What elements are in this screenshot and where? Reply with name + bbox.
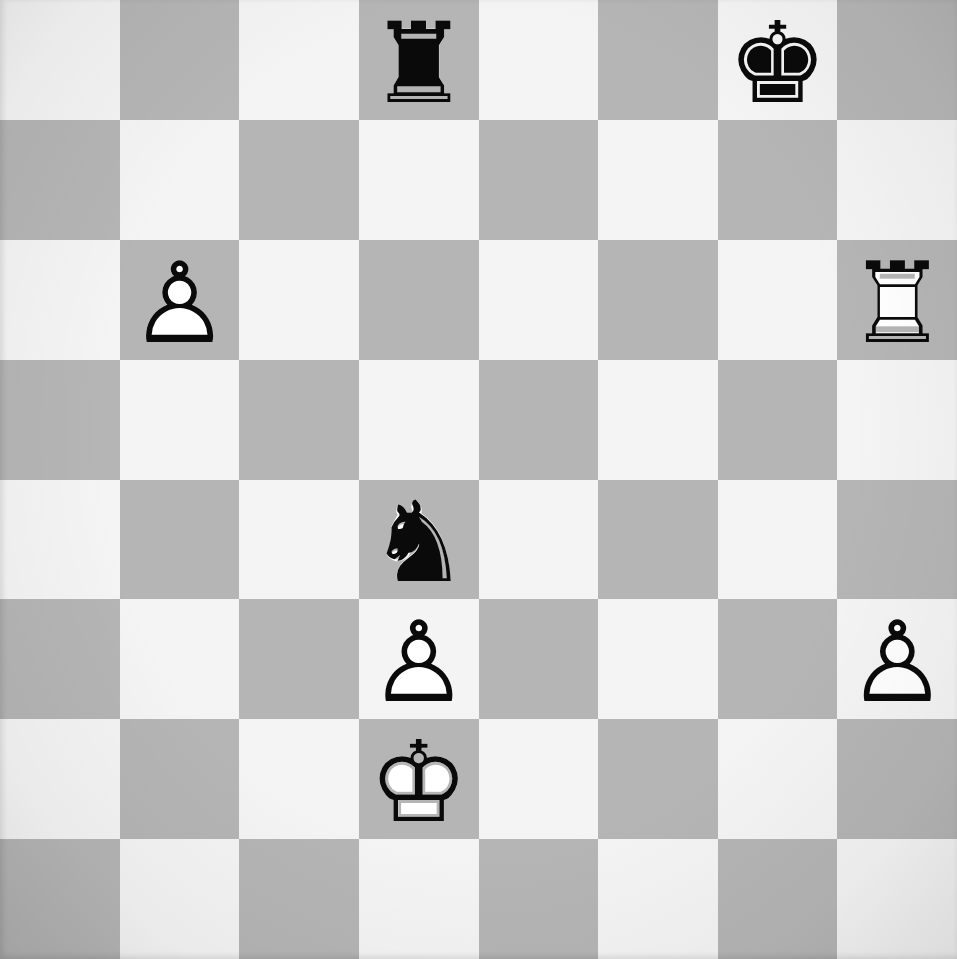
square-a1[interactable] — [0, 839, 120, 959]
piece-white-pawn-b6[interactable]: ♟♙ — [120, 240, 240, 360]
square-d5[interactable] — [359, 360, 479, 480]
square-d8[interactable]: ♖♜ — [359, 0, 479, 120]
square-f1[interactable] — [598, 839, 718, 959]
square-a4[interactable] — [0, 480, 120, 600]
square-d3[interactable]: ♟♙ — [359, 599, 479, 719]
square-b7[interactable] — [120, 120, 240, 240]
square-a3[interactable] — [0, 599, 120, 719]
piece-outline-glyph: ♜ — [359, 3, 479, 123]
square-e3[interactable] — [479, 599, 599, 719]
square-g4[interactable] — [718, 480, 838, 600]
square-f5[interactable] — [598, 360, 718, 480]
square-b1[interactable] — [120, 839, 240, 959]
square-g5[interactable] — [718, 360, 838, 480]
square-h4[interactable] — [837, 480, 957, 600]
piece-white-king-d2[interactable]: ♚♔ — [359, 719, 479, 839]
piece-white-pawn-h3[interactable]: ♟♙ — [837, 599, 957, 719]
piece-black-knight-d4[interactable]: ♘♞ — [359, 480, 479, 600]
square-c3[interactable] — [239, 599, 359, 719]
piece-white-rook-h6[interactable]: ♜♖ — [837, 240, 957, 360]
piece-outline-glyph: ♙ — [359, 602, 479, 722]
square-a7[interactable] — [0, 120, 120, 240]
square-h7[interactable] — [837, 120, 957, 240]
piece-white-pawn-d3[interactable]: ♟♙ — [359, 599, 479, 719]
square-c7[interactable] — [239, 120, 359, 240]
square-b4[interactable] — [120, 480, 240, 600]
square-c1[interactable] — [239, 839, 359, 959]
square-a8[interactable] — [0, 0, 120, 120]
chess-board: ♖♜♔♚♟♙♜♖♘♞♟♙♟♙♚♔ — [0, 0, 957, 959]
square-f3[interactable] — [598, 599, 718, 719]
square-e1[interactable] — [479, 839, 599, 959]
square-e5[interactable] — [479, 360, 599, 480]
square-h8[interactable] — [837, 0, 957, 120]
square-g6[interactable] — [718, 240, 838, 360]
square-f4[interactable] — [598, 480, 718, 600]
square-c6[interactable] — [239, 240, 359, 360]
square-c4[interactable] — [239, 480, 359, 600]
piece-outline-glyph: ♖ — [837, 243, 957, 363]
square-e4[interactable] — [479, 480, 599, 600]
square-e2[interactable] — [479, 719, 599, 839]
square-g2[interactable] — [718, 719, 838, 839]
square-e8[interactable] — [479, 0, 599, 120]
square-g1[interactable] — [718, 839, 838, 959]
piece-outline-glyph: ♔ — [359, 722, 479, 842]
chess-board-container: ♖♜♔♚♟♙♜♖♘♞♟♙♟♙♚♔ — [0, 0, 957, 959]
square-h2[interactable] — [837, 719, 957, 839]
square-c8[interactable] — [239, 0, 359, 120]
square-e7[interactable] — [479, 120, 599, 240]
square-b3[interactable] — [120, 599, 240, 719]
square-d7[interactable] — [359, 120, 479, 240]
square-g3[interactable] — [718, 599, 838, 719]
square-d4[interactable]: ♘♞ — [359, 480, 479, 600]
square-a6[interactable] — [0, 240, 120, 360]
piece-outline-glyph: ♙ — [120, 243, 240, 363]
piece-outline-glyph: ♚ — [718, 3, 838, 123]
square-d1[interactable] — [359, 839, 479, 959]
square-h1[interactable] — [837, 839, 957, 959]
square-g8[interactable]: ♔♚ — [718, 0, 838, 120]
piece-black-king-g8[interactable]: ♔♚ — [718, 0, 838, 120]
piece-black-rook-d8[interactable]: ♖♜ — [359, 0, 479, 120]
square-h3[interactable]: ♟♙ — [837, 599, 957, 719]
square-h5[interactable] — [837, 360, 957, 480]
square-f7[interactable] — [598, 120, 718, 240]
square-c2[interactable] — [239, 719, 359, 839]
square-d6[interactable] — [359, 240, 479, 360]
square-a5[interactable] — [0, 360, 120, 480]
piece-outline-glyph: ♙ — [837, 602, 957, 722]
square-b8[interactable] — [120, 0, 240, 120]
square-f8[interactable] — [598, 0, 718, 120]
square-e6[interactable] — [479, 240, 599, 360]
square-f6[interactable] — [598, 240, 718, 360]
square-c5[interactable] — [239, 360, 359, 480]
square-f2[interactable] — [598, 719, 718, 839]
piece-outline-glyph: ♞ — [359, 483, 479, 603]
square-b5[interactable] — [120, 360, 240, 480]
square-b6[interactable]: ♟♙ — [120, 240, 240, 360]
square-g7[interactable] — [718, 120, 838, 240]
square-h6[interactable]: ♜♖ — [837, 240, 957, 360]
square-a2[interactable] — [0, 719, 120, 839]
square-b2[interactable] — [120, 719, 240, 839]
square-d2[interactable]: ♚♔ — [359, 719, 479, 839]
